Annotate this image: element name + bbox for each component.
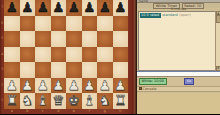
piece-wP: ♟ [52,78,64,94]
square-c3[interactable] [35,62,51,78]
square-h7[interactable]: ♟ [113,0,129,16]
piece-wK: ♚ [68,93,80,109]
selected-seek-tertiary: (open) [178,13,191,18]
scrollbar-thumb[interactable] [216,15,220,23]
square-f5[interactable] [82,31,98,47]
square-d3[interactable] [51,62,67,78]
square-e3[interactable] [66,62,82,78]
console-output-area [137,93,220,115]
square-c7[interactable]: ♟ [35,0,51,16]
piece-wP: ♟ [114,78,126,94]
square-a4[interactable] [4,47,20,63]
console-tab[interactable]: Console [137,86,220,93]
list-scrollbar[interactable]: ▲ ▼ [215,11,220,71]
square-d4[interactable] [51,47,67,63]
file-label-d: d [51,109,67,115]
piece-wP: ♟ [68,78,80,94]
piece-bP: ♟ [6,0,18,16]
square-e7[interactable]: ♟ [66,0,82,16]
square-g4[interactable] [97,47,113,63]
file-label-e: e [66,109,82,115]
piece-wN: ♞ [21,93,33,109]
panel-toolbar: White: 10:00 Go [137,77,220,86]
square-c5[interactable] [35,31,51,47]
piece-wB: ♝ [37,93,49,109]
square-a2[interactable]: ♟ [4,78,20,94]
side-panel: Game White Timer Rated: 10 0 moves 10 0 … [137,0,220,114]
piece-bP: ♟ [52,0,64,16]
piece-wB: ♝ [83,93,95,109]
file-label-f: f [82,109,98,115]
square-d6[interactable] [51,16,67,32]
seek-list[interactable]: 10 0 rated standard (open) [138,11,220,71]
piece-wP: ♟ [21,78,33,94]
selected-seek-primary[interactable]: 10 0 rated [140,13,161,18]
square-e5[interactable] [66,31,82,47]
square-c1[interactable]: ♝ [35,93,51,109]
square-c6[interactable] [35,16,51,32]
file-label-b: b [20,109,36,115]
square-h3[interactable] [113,62,129,78]
piece-wP: ♟ [99,78,111,94]
piece-bP: ♟ [114,0,126,16]
square-d2[interactable]: ♟ [51,78,67,94]
list-item[interactable]: 10 0 rated standard (open) [140,13,191,18]
piece-wN: ♞ [99,93,111,109]
square-a7[interactable]: ♟ [4,0,20,16]
square-g1[interactable]: ♞ [97,93,113,109]
file-label-h: h [113,109,129,115]
square-f3[interactable] [82,62,98,78]
square-b7[interactable]: ♟ [20,0,36,16]
app-window: 7654321 ♟♟♟♟♟♟♟♟♟♟♟♟♟♟♟♟♜♞♝♛♚♝♞♜ abcdefg… [0,0,220,114]
file-label-c: c [35,109,51,115]
square-f7[interactable]: ♟ [82,0,98,16]
square-a3[interactable] [4,62,20,78]
square-e6[interactable] [66,16,82,32]
square-a6[interactable] [4,16,20,32]
square-b4[interactable] [20,47,36,63]
square-a5[interactable] [4,31,20,47]
square-b6[interactable] [20,16,36,32]
square-b5[interactable] [20,31,36,47]
square-b1[interactable]: ♞ [20,93,36,109]
square-b2[interactable]: ♟ [20,78,36,94]
file-labels: abcdefgh [4,109,128,115]
square-d1[interactable]: ♛ [51,93,67,109]
square-b3[interactable] [20,62,36,78]
square-g7[interactable]: ♟ [97,0,113,16]
square-d5[interactable] [51,31,67,47]
square-h1[interactable]: ♜ [113,93,129,109]
console-icon [139,87,142,90]
square-h6[interactable] [113,16,129,32]
square-f1[interactable]: ♝ [82,93,98,109]
piece-wP: ♟ [6,78,18,94]
piece-bP: ♟ [83,0,95,16]
square-e4[interactable] [66,47,82,63]
piece-wR: ♜ [114,93,126,109]
square-f4[interactable] [82,47,98,63]
square-h4[interactable] [113,47,129,63]
chess-board-frame: 7654321 ♟♟♟♟♟♟♟♟♟♟♟♟♟♟♟♟♜♞♝♛♚♝♞♜ abcdefg… [0,0,137,114]
square-f2[interactable]: ♟ [82,78,98,94]
square-c4[interactable] [35,47,51,63]
square-a1[interactable]: ♜ [4,93,20,109]
piece-bP: ♟ [99,0,111,16]
piece-bP: ♟ [37,0,49,16]
square-e2[interactable]: ♟ [66,78,82,94]
piece-wP: ♟ [37,78,49,94]
square-e1[interactable]: ♚ [66,93,82,109]
console-tab-label: Console [143,86,157,93]
piece-bP: ♟ [68,0,80,16]
go-button[interactable]: Go [184,78,194,85]
timer-badge: White: 10:00 [139,78,167,85]
file-label-a: a [4,109,20,115]
file-label-g: g [97,109,113,115]
square-f6[interactable] [82,16,98,32]
board-squares: ♟♟♟♟♟♟♟♟♟♟♟♟♟♟♟♟♜♞♝♛♚♝♞♜ [4,0,128,109]
piece-bP: ♟ [21,0,33,16]
square-c2[interactable]: ♟ [35,78,51,94]
selected-seek-secondary: standard [161,13,178,18]
square-g5[interactable] [97,31,113,47]
square-h5[interactable] [113,31,129,47]
piece-wR: ♜ [6,93,18,109]
square-d7[interactable]: ♟ [51,0,67,16]
square-h2[interactable]: ♟ [113,78,129,94]
square-g3[interactable] [97,62,113,78]
piece-wP: ♟ [83,78,95,94]
piece-wQ: ♛ [52,93,64,109]
square-g6[interactable] [97,16,113,32]
square-g2[interactable]: ♟ [97,78,113,94]
